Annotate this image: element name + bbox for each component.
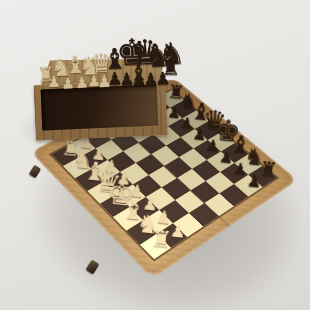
chess-set-photo: ♜♟♟♜♞♟♟♞♝♟♟♝♛♟♟♛♚♟♟♚♝♟♟♝♞♟♟♞♜♟♟♜ ♜♟♞♟♝♟♞…: [0, 0, 310, 310]
square-e5: [164, 157, 192, 178]
square-g6: [206, 172, 234, 194]
box-front-face: [33, 79, 167, 141]
box-piece-layer: ♜♟♞♟♝♟♞♟♛♟♝♚♛♝♞♞♜♟♟♟♟♟: [32, 53, 166, 59]
black-queen: ♛: [201, 106, 228, 135]
black-rook: ♜: [258, 159, 279, 182]
black-rook: ♜: [167, 82, 186, 103]
black-king: ♚: [213, 115, 242, 147]
storage-box: ♜♟♞♟♝♟♞♟♛♟♝♚♛♝♞♞♜♟♟♟♟♟: [32, 53, 169, 141]
box-opening: [41, 85, 159, 131]
